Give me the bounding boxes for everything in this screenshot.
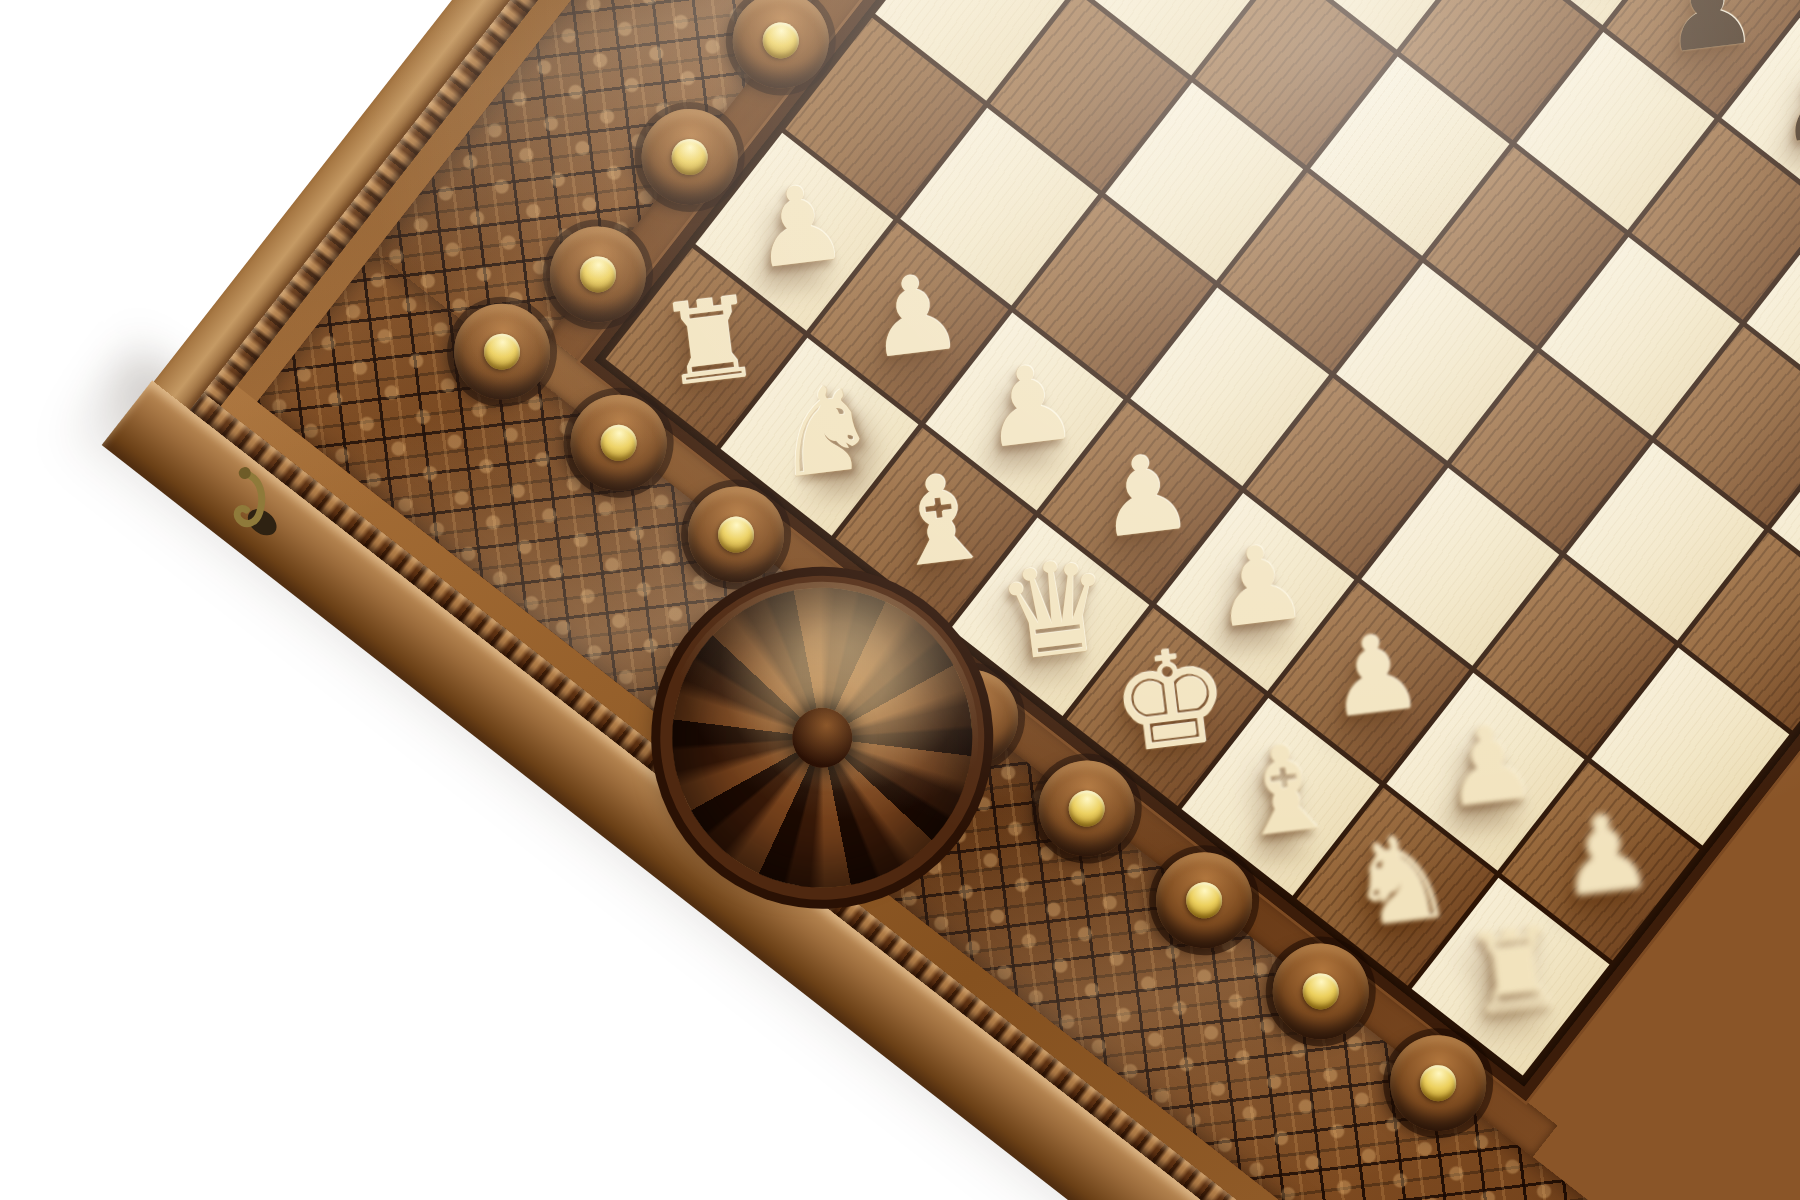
brass-pin-icon [1178,875,1229,926]
piece-white-king[interactable]: ♚ [1103,628,1237,773]
piece-white-pawn[interactable]: ♟ [975,348,1082,465]
piece-white-pawn[interactable]: ♟ [745,168,852,285]
piece-white-knight[interactable]: ♞ [1340,816,1459,946]
photo-stage: ♜♞♝♛♚♝♞♜♟♟♟♟♟♟♟♟♟♟♟♟♟♟♟♟♜♞♝♛♚♝♞♜ [0,0,1800,1200]
pawn-glyph: ♟ [1090,438,1197,555]
pawn-glyph: ♟ [1205,528,1312,645]
brass-pin-icon [1295,966,1346,1017]
piece-white-pawn[interactable]: ♟ [1321,618,1428,735]
piece-white-bishop[interactable]: ♝ [879,455,1000,587]
brass-pin-icon [1061,783,1112,834]
pawn-glyph: ♟ [1436,708,1543,825]
piece-black-pawn[interactable]: ♟ [1655,0,1762,69]
knight-glyph: ♞ [1340,816,1459,946]
bishop-glyph: ♝ [879,455,1000,587]
piece-white-pawn[interactable]: ♟ [1551,798,1658,915]
pawn-glyph: ♟ [1770,42,1800,159]
piece-white-queen[interactable]: ♛ [990,540,1119,681]
piece-white-rook[interactable]: ♜ [652,280,765,403]
piece-white-pawn[interactable]: ♟ [1436,708,1543,825]
king-glyph: ♚ [1103,628,1237,773]
pawn-glyph: ♟ [1655,0,1762,69]
piece-white-bishop[interactable]: ♝ [1224,725,1345,857]
chess-box: ♜♞♝♛♚♝♞♜♟♟♟♟♟♟♟♟♟♟♟♟♟♟♟♟♜♞♝♛♚♝♞♜ [190,0,1800,1200]
brass-pin-icon [593,418,644,469]
brass-pin-icon [756,15,807,66]
pawn-glyph: ♟ [975,348,1082,465]
brass-pin-icon [476,326,527,377]
knight-glyph: ♞ [764,366,883,496]
pawn-glyph: ♟ [1551,798,1658,915]
pawn-glyph: ♟ [1321,618,1428,735]
rook-glyph: ♜ [652,280,765,403]
bishop-glyph: ♝ [1224,725,1345,857]
piece-black-pawn[interactable]: ♟ [1770,42,1800,159]
rook-glyph: ♜ [1458,910,1571,1033]
pawn-glyph: ♟ [745,168,852,285]
queen-glyph: ♛ [990,540,1119,681]
piece-white-rook[interactable]: ♜ [1458,910,1571,1033]
brass-pin-icon [1413,1058,1464,1109]
piece-white-knight[interactable]: ♞ [764,366,883,496]
brass-pin-icon [710,509,761,560]
brass-pin-icon [664,132,715,183]
pawn-glyph: ♟ [860,258,967,375]
piece-white-pawn[interactable]: ♟ [860,258,967,375]
piece-white-pawn[interactable]: ♟ [1205,528,1312,645]
brass-pin-icon [573,249,624,300]
piece-white-pawn[interactable]: ♟ [1090,438,1197,555]
